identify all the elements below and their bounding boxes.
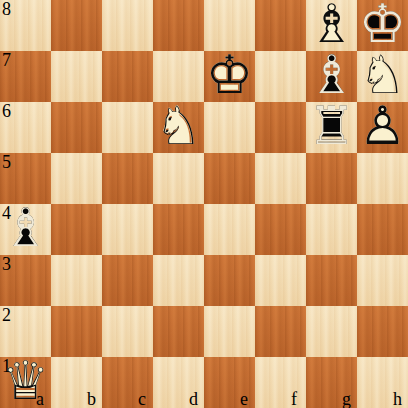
- square-f2[interactable]: [255, 306, 306, 357]
- square-h2[interactable]: [357, 306, 408, 357]
- white-bishop-fill-glyph: ♝: [306, 0, 357, 49]
- white-queen-outline-glyph: ♕: [0, 355, 51, 406]
- square-c3[interactable]: [102, 255, 153, 306]
- square-a6[interactable]: [0, 102, 51, 153]
- black-bishop-fill-glyph: ♝: [306, 49, 357, 100]
- white-pawn-outline-glyph: ♙: [357, 100, 408, 151]
- square-c2[interactable]: [102, 306, 153, 357]
- square-d5[interactable]: [153, 153, 204, 204]
- square-a7[interactable]: [0, 51, 51, 102]
- square-g2[interactable]: [306, 306, 357, 357]
- square-e1[interactable]: [204, 357, 255, 408]
- square-e2[interactable]: [204, 306, 255, 357]
- square-h3[interactable]: [357, 255, 408, 306]
- square-c7[interactable]: [102, 51, 153, 102]
- square-h7[interactable]: ♞♘: [357, 51, 408, 102]
- square-g3[interactable]: [306, 255, 357, 306]
- square-g7[interactable]: ♝♗: [306, 51, 357, 102]
- square-e8[interactable]: [204, 0, 255, 51]
- square-a8[interactable]: [0, 0, 51, 51]
- square-f1[interactable]: [255, 357, 306, 408]
- white-bishop-outline-glyph: ♗: [306, 0, 357, 49]
- square-b8[interactable]: [51, 0, 102, 51]
- square-h6[interactable]: ♟♙: [357, 102, 408, 153]
- chess-board-screenshot: ♝♗♚♔♚♔♝♗♞♘♞♘♜♖♟♙♝♗♛♕87654321abcdefgh: [0, 0, 408, 408]
- piece-white-king[interactable]: ♚♔: [204, 51, 255, 102]
- piece-white-bishop[interactable]: ♝♗: [306, 0, 357, 51]
- square-f4[interactable]: [255, 204, 306, 255]
- square-f7[interactable]: [255, 51, 306, 102]
- square-f5[interactable]: [255, 153, 306, 204]
- piece-white-knight[interactable]: ♞♘: [357, 51, 408, 102]
- square-e7[interactable]: ♚♔: [204, 51, 255, 102]
- square-b4[interactable]: [51, 204, 102, 255]
- square-f8[interactable]: [255, 0, 306, 51]
- square-f3[interactable]: [255, 255, 306, 306]
- square-e4[interactable]: [204, 204, 255, 255]
- square-d1[interactable]: [153, 357, 204, 408]
- piece-black-rook[interactable]: ♜♖: [306, 102, 357, 153]
- square-d3[interactable]: [153, 255, 204, 306]
- white-knight-fill-glyph: ♞: [357, 49, 408, 100]
- square-b5[interactable]: [51, 153, 102, 204]
- square-a2[interactable]: [0, 306, 51, 357]
- square-e6[interactable]: [204, 102, 255, 153]
- square-g6[interactable]: ♜♖: [306, 102, 357, 153]
- white-knight-fill-glyph: ♞: [153, 100, 204, 151]
- square-e3[interactable]: [204, 255, 255, 306]
- square-b6[interactable]: [51, 102, 102, 153]
- piece-black-bishop[interactable]: ♝♗: [306, 51, 357, 102]
- square-h5[interactable]: [357, 153, 408, 204]
- square-c1[interactable]: [102, 357, 153, 408]
- black-rook-outline-glyph: ♖: [306, 100, 357, 151]
- square-f6[interactable]: [255, 102, 306, 153]
- square-h4[interactable]: [357, 204, 408, 255]
- square-b2[interactable]: [51, 306, 102, 357]
- square-d2[interactable]: [153, 306, 204, 357]
- square-d8[interactable]: [153, 0, 204, 51]
- square-c4[interactable]: [102, 204, 153, 255]
- black-bishop-fill-glyph: ♝: [0, 202, 51, 253]
- black-king-outline-glyph: ♔: [357, 0, 408, 49]
- square-a3[interactable]: [0, 255, 51, 306]
- square-e5[interactable]: [204, 153, 255, 204]
- square-g4[interactable]: [306, 204, 357, 255]
- square-c5[interactable]: [102, 153, 153, 204]
- white-knight-outline-glyph: ♘: [357, 49, 408, 100]
- square-a1[interactable]: ♛♕: [0, 357, 51, 408]
- square-b3[interactable]: [51, 255, 102, 306]
- square-c6[interactable]: [102, 102, 153, 153]
- black-rook-fill-glyph: ♜: [306, 100, 357, 151]
- square-b1[interactable]: [51, 357, 102, 408]
- square-c8[interactable]: [102, 0, 153, 51]
- piece-black-king[interactable]: ♚♔: [357, 0, 408, 51]
- white-king-outline-glyph: ♔: [204, 49, 255, 100]
- white-pawn-fill-glyph: ♟: [357, 100, 408, 151]
- square-b7[interactable]: [51, 51, 102, 102]
- square-h1[interactable]: [357, 357, 408, 408]
- square-g1[interactable]: [306, 357, 357, 408]
- piece-white-queen[interactable]: ♛♕: [0, 357, 51, 408]
- square-d7[interactable]: [153, 51, 204, 102]
- piece-black-bishop[interactable]: ♝♗: [0, 204, 51, 255]
- square-a4[interactable]: ♝♗: [0, 204, 51, 255]
- square-d6[interactable]: ♞♘: [153, 102, 204, 153]
- black-king-fill-glyph: ♚: [357, 0, 408, 49]
- square-g8[interactable]: ♝♗: [306, 0, 357, 51]
- piece-white-pawn[interactable]: ♟♙: [357, 102, 408, 153]
- square-h8[interactable]: ♚♔: [357, 0, 408, 51]
- black-bishop-outline-glyph: ♗: [306, 49, 357, 100]
- square-d4[interactable]: [153, 204, 204, 255]
- white-knight-outline-glyph: ♘: [153, 100, 204, 151]
- square-a5[interactable]: [0, 153, 51, 204]
- white-queen-fill-glyph: ♛: [0, 355, 51, 406]
- piece-white-knight[interactable]: ♞♘: [153, 102, 204, 153]
- chess-board: ♝♗♚♔♚♔♝♗♞♘♞♘♜♖♟♙♝♗♛♕87654321abcdefgh: [0, 0, 408, 408]
- square-g5[interactable]: [306, 153, 357, 204]
- black-bishop-outline-glyph: ♗: [0, 202, 51, 253]
- white-king-fill-glyph: ♚: [204, 49, 255, 100]
